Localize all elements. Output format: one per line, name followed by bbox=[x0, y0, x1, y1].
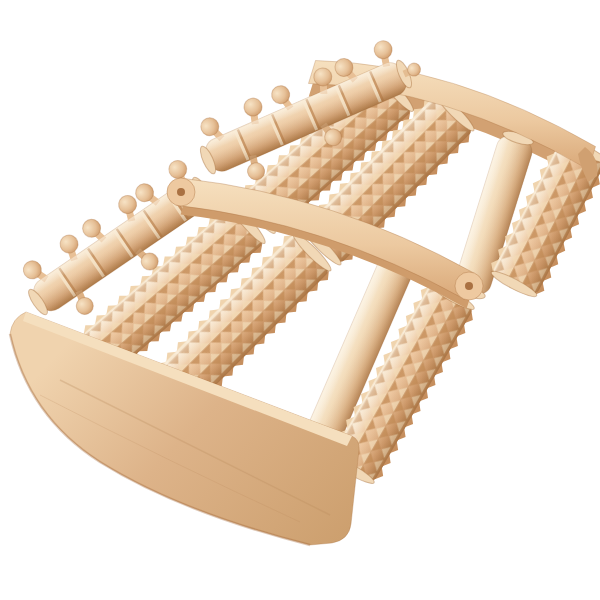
product-photo bbox=[0, 0, 600, 600]
product-image bbox=[0, 0, 600, 600]
